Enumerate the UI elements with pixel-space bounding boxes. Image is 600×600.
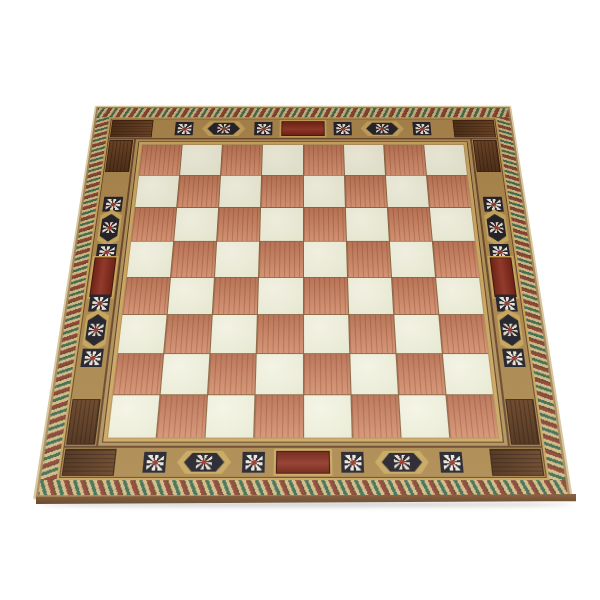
- eight-point-star-icon: [376, 124, 389, 133]
- product-photo: [0, 0, 600, 600]
- square[interactable]: [348, 277, 393, 313]
- square[interactable]: [351, 395, 400, 437]
- chess-board: [33, 106, 573, 500]
- star-mosaic-tile: [483, 197, 504, 212]
- eight-point-star-icon: [256, 124, 270, 134]
- square[interactable]: [436, 277, 483, 313]
- square[interactable]: [219, 176, 261, 208]
- square[interactable]: [215, 242, 259, 277]
- square[interactable]: [344, 145, 385, 175]
- square[interactable]: [304, 315, 349, 353]
- eight-point-star-icon: [98, 246, 114, 258]
- square[interactable]: [396, 354, 445, 394]
- lozenge-medallion-tile: [176, 451, 231, 474]
- square[interactable]: [384, 145, 426, 175]
- lozenge-core: [99, 214, 120, 242]
- eight-point-star-icon: [105, 199, 121, 210]
- eight-point-star-icon: [145, 454, 163, 470]
- square[interactable]: [392, 277, 438, 313]
- star-mosaic-tile: [439, 452, 463, 473]
- square[interactable]: [303, 242, 346, 277]
- square[interactable]: [390, 242, 435, 277]
- eight-point-star-icon: [83, 351, 101, 365]
- square[interactable]: [427, 176, 471, 208]
- square[interactable]: [394, 315, 442, 353]
- eight-point-star-icon: [491, 246, 507, 258]
- eight-point-star-icon: [344, 454, 361, 470]
- square[interactable]: [180, 145, 222, 175]
- square[interactable]: [262, 145, 302, 175]
- lozenge-medallion-tile: [96, 209, 122, 246]
- lozenge-medallion-tile: [81, 309, 109, 351]
- eight-point-star-icon: [485, 199, 501, 210]
- star-mosaic-tile: [412, 122, 431, 135]
- lozenge-medallion-tile: [360, 121, 404, 136]
- motif-row: [152, 121, 454, 136]
- square[interactable]: [303, 145, 343, 175]
- square[interactable]: [345, 176, 387, 208]
- red-inlay-tile: [490, 257, 517, 297]
- square[interactable]: [424, 145, 467, 175]
- star-mosaic-tile: [142, 452, 166, 473]
- lozenge-core: [183, 453, 225, 472]
- star-mosaic-tile: [102, 197, 123, 212]
- lozenge-core: [84, 314, 107, 346]
- striped-rope-band-top: [97, 108, 510, 117]
- walnut-corner-block: [452, 120, 496, 137]
- square[interactable]: [386, 176, 429, 208]
- star-mosaic-tile: [502, 349, 526, 367]
- square[interactable]: [347, 242, 391, 277]
- square[interactable]: [135, 176, 179, 208]
- eight-point-star-icon: [502, 324, 518, 336]
- walnut-corner-block: [105, 140, 133, 172]
- square[interactable]: [174, 208, 218, 241]
- star-mosaic-tile: [333, 122, 351, 135]
- star-mosaic-tile: [80, 349, 104, 367]
- walnut-corner-block: [489, 449, 544, 476]
- square[interactable]: [164, 315, 212, 353]
- square[interactable]: [304, 395, 352, 437]
- lozenge-core: [499, 314, 522, 346]
- lozenge-core: [486, 214, 507, 242]
- board-drop-shadow: [40, 502, 572, 507]
- square[interactable]: [211, 315, 257, 353]
- star-mosaic-tile: [174, 122, 193, 135]
- walnut-corner-block: [505, 399, 540, 445]
- square[interactable]: [208, 354, 256, 394]
- eight-point-star-icon: [415, 124, 429, 134]
- square[interactable]: [259, 242, 302, 277]
- striped-rope-band-bottom: [38, 480, 568, 495]
- square[interactable]: [261, 176, 302, 208]
- motif-row: [114, 451, 492, 474]
- square[interactable]: [127, 242, 173, 277]
- square[interactable]: [303, 208, 345, 241]
- square[interactable]: [349, 315, 395, 353]
- eight-point-star-icon: [442, 454, 460, 470]
- eight-point-star-icon: [245, 454, 262, 470]
- square[interactable]: [108, 395, 160, 437]
- eight-point-star-icon: [217, 124, 230, 133]
- lozenge-medallion-tile: [483, 209, 509, 246]
- mosaic-band-top: [108, 119, 498, 139]
- square[interactable]: [443, 354, 493, 394]
- star-mosaic-tile: [254, 122, 272, 135]
- star-mosaic-tile: [242, 452, 265, 473]
- square[interactable]: [168, 277, 214, 313]
- square[interactable]: [303, 176, 344, 208]
- square[interactable]: [123, 277, 170, 313]
- eight-point-star-icon: [336, 124, 350, 134]
- square[interactable]: [161, 354, 210, 394]
- star-mosaic-tile: [495, 295, 518, 312]
- lozenge-core: [366, 123, 399, 135]
- square[interactable]: [157, 395, 207, 437]
- star-mosaic-tile: [341, 452, 364, 473]
- square[interactable]: [257, 315, 302, 353]
- square[interactable]: [118, 315, 167, 353]
- eight-point-star-icon: [394, 455, 411, 470]
- walnut-corner-block: [62, 449, 117, 476]
- square[interactable]: [177, 176, 220, 208]
- square[interactable]: [217, 208, 260, 241]
- square[interactable]: [206, 395, 255, 437]
- square[interactable]: [171, 242, 216, 277]
- lozenge-core: [207, 123, 240, 135]
- square[interactable]: [213, 277, 258, 313]
- walnut-corner-block: [66, 399, 101, 445]
- lozenge-core: [381, 453, 423, 472]
- lozenge-medallion-tile: [202, 121, 246, 136]
- red-inlay-tile: [281, 121, 324, 136]
- square[interactable]: [304, 277, 348, 313]
- square[interactable]: [304, 354, 351, 394]
- eight-point-star-icon: [498, 297, 515, 310]
- mosaic-band-bottom: [59, 447, 547, 478]
- eight-point-star-icon: [489, 222, 504, 233]
- square[interactable]: [221, 145, 262, 175]
- square[interactable]: [139, 145, 182, 175]
- walnut-corner-block: [110, 120, 154, 137]
- red-inlay-tile: [276, 451, 330, 474]
- square[interactable]: [256, 354, 303, 394]
- eight-point-star-icon: [91, 297, 108, 310]
- square[interactable]: [260, 208, 302, 241]
- square[interactable]: [446, 395, 498, 437]
- star-mosaic-tile: [88, 295, 111, 312]
- red-inlay-tile: [89, 257, 116, 297]
- square[interactable]: [131, 208, 176, 241]
- lozenge-medallion-tile: [374, 451, 429, 474]
- lozenge-medallion-tile: [496, 309, 524, 351]
- square[interactable]: [430, 208, 475, 241]
- walnut-corner-block: [473, 140, 501, 172]
- eight-point-star-icon: [505, 351, 523, 365]
- eight-point-star-icon: [196, 455, 213, 470]
- eight-point-star-icon: [102, 222, 117, 233]
- eight-point-star-icon: [88, 324, 104, 336]
- square[interactable]: [113, 354, 163, 394]
- checkerboard: [108, 145, 498, 438]
- square[interactable]: [388, 208, 432, 241]
- square[interactable]: [255, 395, 303, 437]
- square[interactable]: [350, 354, 398, 394]
- square[interactable]: [258, 277, 302, 313]
- square[interactable]: [399, 395, 449, 437]
- eight-point-star-icon: [177, 124, 191, 134]
- square[interactable]: [433, 242, 479, 277]
- square[interactable]: [439, 315, 488, 353]
- square[interactable]: [346, 208, 389, 241]
